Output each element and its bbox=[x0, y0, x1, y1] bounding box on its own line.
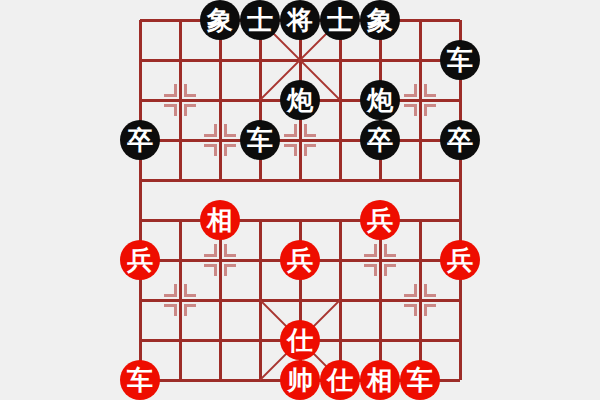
piece-red-elephant[interactable]: 相 bbox=[360, 360, 400, 400]
piece-red-soldier[interactable]: 兵 bbox=[360, 200, 400, 240]
piece-red-elephant[interactable]: 相 bbox=[200, 200, 240, 240]
xiangqi-board: 象士将士象车炮炮卒车卒卒相兵兵兵兵仕车帅仕相车 bbox=[0, 0, 600, 400]
piece-red-advisor[interactable]: 仕 bbox=[320, 360, 360, 400]
piece-black-elephant[interactable]: 象 bbox=[200, 0, 240, 40]
piece-red-advisor[interactable]: 仕 bbox=[280, 320, 320, 360]
piece-red-soldier[interactable]: 兵 bbox=[440, 240, 480, 280]
piece-black-chariot[interactable]: 车 bbox=[440, 40, 480, 80]
piece-black-soldier[interactable]: 卒 bbox=[440, 120, 480, 160]
piece-grid[interactable]: 象士将士象车炮炮卒车卒卒相兵兵兵兵仕车帅仕相车 bbox=[120, 0, 480, 400]
piece-black-elephant[interactable]: 象 bbox=[360, 0, 400, 40]
piece-red-soldier[interactable]: 兵 bbox=[120, 240, 160, 280]
piece-black-advisor[interactable]: 士 bbox=[240, 0, 280, 40]
piece-black-chariot[interactable]: 车 bbox=[240, 120, 280, 160]
piece-black-soldier[interactable]: 卒 bbox=[360, 120, 400, 160]
piece-black-advisor[interactable]: 士 bbox=[320, 0, 360, 40]
piece-black-general[interactable]: 将 bbox=[280, 0, 320, 40]
piece-black-cannon[interactable]: 炮 bbox=[280, 80, 320, 120]
piece-red-general[interactable]: 帅 bbox=[280, 360, 320, 400]
piece-red-chariot[interactable]: 车 bbox=[120, 360, 160, 400]
piece-black-soldier[interactable]: 卒 bbox=[120, 120, 160, 160]
piece-red-chariot[interactable]: 车 bbox=[400, 360, 440, 400]
piece-red-soldier[interactable]: 兵 bbox=[280, 240, 320, 280]
piece-black-cannon[interactable]: 炮 bbox=[360, 80, 400, 120]
